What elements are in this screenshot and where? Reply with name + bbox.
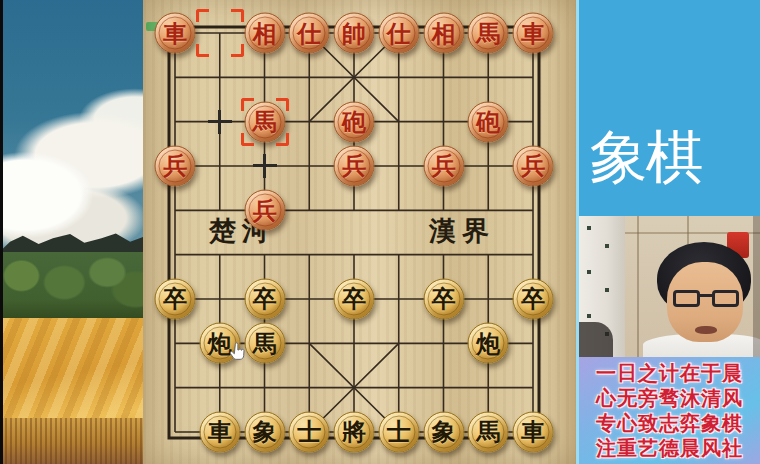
piece-glyph: 兵 <box>432 154 456 178</box>
pieces-layer: 車相仕帥仕相馬車馬砲砲兵兵兵兵兵卒卒卒卒卒炮馬炮車象士將士象馬車 <box>143 0 576 464</box>
piece-black-卒[interactable]: 卒 <box>155 278 196 319</box>
piece-glyph: 卒 <box>521 287 545 311</box>
piece-red-相[interactable]: 相 <box>423 13 464 54</box>
piece-glyph: 砲 <box>476 110 500 134</box>
piece-black-馬[interactable]: 馬 <box>244 323 285 364</box>
piece-glyph: 炮 <box>476 331 500 355</box>
piece-glyph: 相 <box>432 21 456 45</box>
piece-glyph: 相 <box>253 21 277 45</box>
piece-black-士[interactable]: 士 <box>378 411 419 452</box>
piece-glyph: 兵 <box>253 198 277 222</box>
webcam-video[interactable] <box>579 216 760 357</box>
point-marker <box>253 154 277 178</box>
sky-and-clouds <box>0 0 143 262</box>
piece-black-馬[interactable]: 馬 <box>468 411 509 452</box>
piece-glyph: 車 <box>521 420 545 444</box>
left-black-edge <box>0 0 3 464</box>
piece-red-仕[interactable]: 仕 <box>378 13 419 54</box>
piece-glyph: 車 <box>521 21 545 45</box>
shadow <box>579 322 613 357</box>
streamer-glasses <box>673 290 739 308</box>
piece-glyph: 象 <box>253 420 277 444</box>
piece-glyph: 將 <box>342 420 366 444</box>
piece-black-士[interactable]: 士 <box>289 411 330 452</box>
piece-red-車[interactable]: 車 <box>155 13 196 54</box>
piece-black-車[interactable]: 車 <box>513 411 554 452</box>
piece-black-卒[interactable]: 卒 <box>334 278 375 319</box>
piece-glyph: 車 <box>163 21 187 45</box>
piece-red-兵[interactable]: 兵 <box>334 145 375 186</box>
piece-glyph: 車 <box>208 420 232 444</box>
piece-glyph: 卒 <box>432 287 456 311</box>
piece-red-兵[interactable]: 兵 <box>513 145 554 186</box>
last-move-marker <box>196 9 244 57</box>
piece-glyph: 仕 <box>297 21 321 45</box>
piece-red-帥[interactable]: 帥 <box>334 13 375 54</box>
channel-title-main: 象棋 <box>590 122 702 195</box>
piece-glyph: 馬 <box>253 331 277 355</box>
piece-black-卒[interactable]: 卒 <box>244 278 285 319</box>
streamer-mouth <box>695 326 717 334</box>
field-stubble <box>0 418 143 464</box>
piece-glyph: 砲 <box>342 110 366 134</box>
channel-title-sub: 晨风 <box>710 186 750 194</box>
piece-red-馬[interactable]: 馬 <box>244 101 285 142</box>
background-photo <box>0 0 143 464</box>
piece-black-將[interactable]: 將 <box>334 411 375 452</box>
piece-glyph: 兵 <box>342 154 366 178</box>
piece-glyph: 仕 <box>387 21 411 45</box>
piece-glyph: 兵 <box>163 154 187 178</box>
cabinet-seam <box>637 216 639 357</box>
point-marker <box>208 110 232 134</box>
piece-black-象[interactable]: 象 <box>423 411 464 452</box>
piece-glyph: 卒 <box>342 287 366 311</box>
piece-glyph: 士 <box>297 420 321 444</box>
piece-glyph: 馬 <box>476 420 500 444</box>
piece-red-馬[interactable]: 馬 <box>468 13 509 54</box>
piece-glyph: 馬 <box>253 110 277 134</box>
tree-line <box>0 252 143 320</box>
motto-line-1: 一日之计在于晨 <box>579 361 760 386</box>
piece-black-卒[interactable]: 卒 <box>513 278 554 319</box>
piece-red-砲[interactable]: 砲 <box>468 101 509 142</box>
piece-red-兵[interactable]: 兵 <box>423 145 464 186</box>
piece-glyph: 卒 <box>163 287 187 311</box>
motto-block: 一日之计在于晨 心无旁骛沐清风 专心致志弈象棋 注重艺德晨风社 <box>579 357 760 464</box>
webcam-right-shade <box>753 216 760 357</box>
piece-red-兵[interactable]: 兵 <box>244 190 285 231</box>
piece-red-車[interactable]: 車 <box>513 13 554 54</box>
piece-red-砲[interactable]: 砲 <box>334 101 375 142</box>
motto-line-3: 专心致志弈象棋 <box>579 411 760 436</box>
channel-title-block: 象棋 晨风 <box>579 0 760 216</box>
piece-black-炮[interactable]: 炮 <box>468 323 509 364</box>
hand-cursor-icon <box>229 342 247 362</box>
piece-glyph: 帥 <box>342 21 366 45</box>
piece-black-車[interactable]: 車 <box>199 411 240 452</box>
piece-black-象[interactable]: 象 <box>244 411 285 452</box>
motto-line-2: 心无旁骛沐清风 <box>579 386 760 411</box>
piece-glyph: 馬 <box>476 21 500 45</box>
piece-glyph: 卒 <box>253 287 277 311</box>
piece-red-相[interactable]: 相 <box>244 13 285 54</box>
piece-red-兵[interactable]: 兵 <box>155 145 196 186</box>
motto-line-4: 注重艺德晨风社 <box>579 436 760 461</box>
piece-glyph: 象 <box>432 420 456 444</box>
piece-red-仕[interactable]: 仕 <box>289 13 330 54</box>
piece-black-卒[interactable]: 卒 <box>423 278 464 319</box>
piece-glyph: 士 <box>387 420 411 444</box>
stream-side-panel: 象棋 晨风 一日之计在于晨 心无旁骛沐清风 专心致志弈象棋 注重艺德晨风社 <box>576 0 760 464</box>
piece-glyph: 兵 <box>521 154 545 178</box>
xiangqi-board[interactable]: 楚河 漢界 車相仕帥仕相馬車馬砲砲兵兵兵兵兵卒卒卒卒卒炮馬炮車象士將士象馬車 <box>143 0 576 464</box>
stream-layout: 楚河 漢界 車相仕帥仕相馬車馬砲砲兵兵兵兵兵卒卒卒卒卒炮馬炮車象士將士象馬車 象… <box>0 0 760 464</box>
